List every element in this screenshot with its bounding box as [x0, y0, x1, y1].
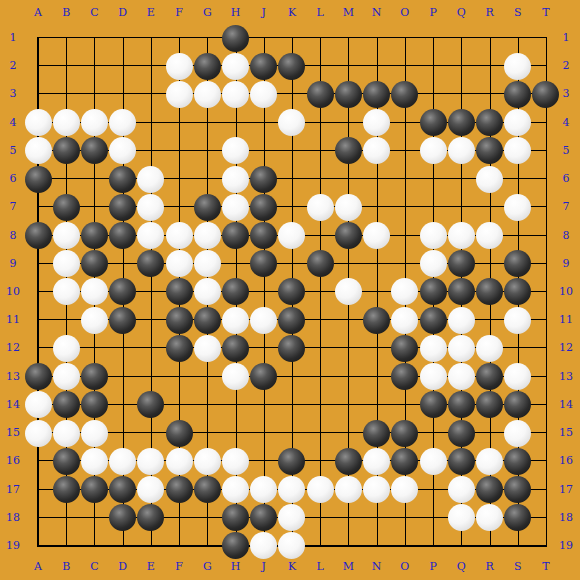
intersection-A1[interactable] [24, 24, 52, 52]
intersection-D17[interactable] [109, 475, 137, 503]
intersection-Q8[interactable] [447, 221, 475, 249]
intersection-P9[interactable] [419, 250, 447, 278]
intersection-G14[interactable] [193, 391, 221, 419]
intersection-H10[interactable] [221, 278, 249, 306]
intersection-J2[interactable] [250, 52, 278, 80]
intersection-H11[interactable] [221, 306, 249, 334]
intersection-S1[interactable] [504, 24, 532, 52]
intersection-H6[interactable] [221, 165, 249, 193]
intersection-E9[interactable] [137, 250, 165, 278]
intersection-E18[interactable] [137, 504, 165, 532]
intersection-C15[interactable] [80, 419, 108, 447]
intersection-Q2[interactable] [447, 52, 475, 80]
intersection-D18[interactable] [109, 504, 137, 532]
intersection-G15[interactable] [193, 419, 221, 447]
intersection-L15[interactable] [306, 419, 334, 447]
intersection-D12[interactable] [109, 334, 137, 362]
intersection-R15[interactable] [475, 419, 503, 447]
intersection-N10[interactable] [363, 278, 391, 306]
intersection-Q17[interactable] [447, 475, 475, 503]
intersection-P16[interactable] [419, 447, 447, 475]
intersection-G1[interactable] [193, 24, 221, 52]
intersection-C11[interactable] [80, 306, 108, 334]
intersection-P1[interactable] [419, 24, 447, 52]
intersection-S10[interactable] [504, 278, 532, 306]
intersection-G16[interactable] [193, 447, 221, 475]
intersection-B12[interactable] [52, 334, 80, 362]
intersection-G10[interactable] [193, 278, 221, 306]
intersection-R12[interactable] [475, 334, 503, 362]
intersection-K3[interactable] [278, 80, 306, 108]
intersection-J13[interactable] [250, 363, 278, 391]
intersection-B13[interactable] [52, 363, 80, 391]
intersection-S8[interactable] [504, 221, 532, 249]
intersection-C6[interactable] [80, 165, 108, 193]
intersection-L10[interactable] [306, 278, 334, 306]
intersection-S2[interactable] [504, 52, 532, 80]
intersection-S4[interactable] [504, 109, 532, 137]
intersection-G13[interactable] [193, 363, 221, 391]
intersection-Q11[interactable] [447, 306, 475, 334]
intersection-L12[interactable] [306, 334, 334, 362]
intersection-J4[interactable] [250, 109, 278, 137]
intersection-K5[interactable] [278, 137, 306, 165]
intersection-F18[interactable] [165, 504, 193, 532]
intersection-M2[interactable] [334, 52, 362, 80]
intersection-S9[interactable] [504, 250, 532, 278]
intersection-Q4[interactable] [447, 109, 475, 137]
intersection-O9[interactable] [391, 250, 419, 278]
intersection-O14[interactable] [391, 391, 419, 419]
intersection-K8[interactable] [278, 221, 306, 249]
intersection-S7[interactable] [504, 193, 532, 221]
intersection-S6[interactable] [504, 165, 532, 193]
intersection-H3[interactable] [221, 80, 249, 108]
intersection-E4[interactable] [137, 109, 165, 137]
intersection-M14[interactable] [334, 391, 362, 419]
intersection-E2[interactable] [137, 52, 165, 80]
intersection-A15[interactable] [24, 419, 52, 447]
intersection-N13[interactable] [363, 363, 391, 391]
intersection-E15[interactable] [137, 419, 165, 447]
intersection-A5[interactable] [24, 137, 52, 165]
intersection-L4[interactable] [306, 109, 334, 137]
intersection-D14[interactable] [109, 391, 137, 419]
intersection-H4[interactable] [221, 109, 249, 137]
intersection-F15[interactable] [165, 419, 193, 447]
intersection-J8[interactable] [250, 221, 278, 249]
intersection-F4[interactable] [165, 109, 193, 137]
intersection-L3[interactable] [306, 80, 334, 108]
intersection-Q12[interactable] [447, 334, 475, 362]
intersection-F2[interactable] [165, 52, 193, 80]
intersection-E6[interactable] [137, 165, 165, 193]
intersection-D6[interactable] [109, 165, 137, 193]
intersection-R18[interactable] [475, 504, 503, 532]
intersection-K18[interactable] [278, 504, 306, 532]
intersection-K12[interactable] [278, 334, 306, 362]
intersection-S14[interactable] [504, 391, 532, 419]
intersection-E10[interactable] [137, 278, 165, 306]
intersection-F13[interactable] [165, 363, 193, 391]
intersection-L1[interactable] [306, 24, 334, 52]
intersection-E11[interactable] [137, 306, 165, 334]
intersection-A12[interactable] [24, 334, 52, 362]
intersection-O16[interactable] [391, 447, 419, 475]
intersection-J10[interactable] [250, 278, 278, 306]
intersection-P6[interactable] [419, 165, 447, 193]
intersection-E1[interactable] [137, 24, 165, 52]
intersection-A2[interactable] [24, 52, 52, 80]
intersection-B9[interactable] [52, 250, 80, 278]
intersection-R7[interactable] [475, 193, 503, 221]
intersection-P18[interactable] [419, 504, 447, 532]
intersection-S11[interactable] [504, 306, 532, 334]
intersection-L14[interactable] [306, 391, 334, 419]
intersection-N15[interactable] [363, 419, 391, 447]
intersection-H5[interactable] [221, 137, 249, 165]
intersection-Q5[interactable] [447, 137, 475, 165]
intersection-B19[interactable] [52, 532, 80, 560]
intersection-P10[interactable] [419, 278, 447, 306]
intersection-H14[interactable] [221, 391, 249, 419]
intersection-Q15[interactable] [447, 419, 475, 447]
intersection-H7[interactable] [221, 193, 249, 221]
intersection-O11[interactable] [391, 306, 419, 334]
intersection-K19[interactable] [278, 532, 306, 560]
intersection-L11[interactable] [306, 306, 334, 334]
intersection-K11[interactable] [278, 306, 306, 334]
intersection-S13[interactable] [504, 363, 532, 391]
intersection-C10[interactable] [80, 278, 108, 306]
intersection-R3[interactable] [475, 80, 503, 108]
intersection-K6[interactable] [278, 165, 306, 193]
intersection-A9[interactable] [24, 250, 52, 278]
intersection-D5[interactable] [109, 137, 137, 165]
intersection-M8[interactable] [334, 221, 362, 249]
intersection-L7[interactable] [306, 193, 334, 221]
intersection-K10[interactable] [278, 278, 306, 306]
intersection-O7[interactable] [391, 193, 419, 221]
intersection-A16[interactable] [24, 447, 52, 475]
intersection-D13[interactable] [109, 363, 137, 391]
intersection-B4[interactable] [52, 109, 80, 137]
intersection-H1[interactable] [221, 24, 249, 52]
intersection-A7[interactable] [24, 193, 52, 221]
intersection-H8[interactable] [221, 221, 249, 249]
intersection-M16[interactable] [334, 447, 362, 475]
intersection-D15[interactable] [109, 419, 137, 447]
intersection-D2[interactable] [109, 52, 137, 80]
intersection-J7[interactable] [250, 193, 278, 221]
intersection-A17[interactable] [24, 475, 52, 503]
intersection-G5[interactable] [193, 137, 221, 165]
intersection-Q18[interactable] [447, 504, 475, 532]
intersection-N2[interactable] [363, 52, 391, 80]
intersection-R13[interactable] [475, 363, 503, 391]
intersection-N14[interactable] [363, 391, 391, 419]
intersection-R6[interactable] [475, 165, 503, 193]
intersection-B3[interactable] [52, 80, 80, 108]
intersection-D16[interactable] [109, 447, 137, 475]
intersection-P4[interactable] [419, 109, 447, 137]
intersection-B7[interactable] [52, 193, 80, 221]
intersection-E7[interactable] [137, 193, 165, 221]
intersection-K16[interactable] [278, 447, 306, 475]
intersection-S17[interactable] [504, 475, 532, 503]
intersection-D7[interactable] [109, 193, 137, 221]
intersection-O8[interactable] [391, 221, 419, 249]
intersection-S3[interactable] [504, 80, 532, 108]
intersection-P17[interactable] [419, 475, 447, 503]
intersection-O19[interactable] [391, 532, 419, 560]
intersection-P12[interactable] [419, 334, 447, 362]
intersection-N6[interactable] [363, 165, 391, 193]
intersection-B14[interactable] [52, 391, 80, 419]
intersection-C8[interactable] [80, 221, 108, 249]
intersection-N7[interactable] [363, 193, 391, 221]
intersection-L19[interactable] [306, 532, 334, 560]
intersection-H19[interactable] [221, 532, 249, 560]
intersection-Q6[interactable] [447, 165, 475, 193]
intersection-H9[interactable] [221, 250, 249, 278]
intersection-N4[interactable] [363, 109, 391, 137]
intersection-N9[interactable] [363, 250, 391, 278]
intersection-N16[interactable] [363, 447, 391, 475]
intersection-O10[interactable] [391, 278, 419, 306]
intersection-E3[interactable] [137, 80, 165, 108]
intersection-D9[interactable] [109, 250, 137, 278]
intersection-J19[interactable] [250, 532, 278, 560]
intersection-K17[interactable] [278, 475, 306, 503]
intersection-S19[interactable] [504, 532, 532, 560]
intersection-C14[interactable] [80, 391, 108, 419]
intersection-N3[interactable] [363, 80, 391, 108]
intersection-L18[interactable] [306, 504, 334, 532]
intersection-A3[interactable] [24, 80, 52, 108]
intersection-M18[interactable] [334, 504, 362, 532]
intersection-K15[interactable] [278, 419, 306, 447]
intersection-O12[interactable] [391, 334, 419, 362]
intersection-M11[interactable] [334, 306, 362, 334]
intersection-N12[interactable] [363, 334, 391, 362]
intersection-P14[interactable] [419, 391, 447, 419]
intersection-J12[interactable] [250, 334, 278, 362]
intersection-H17[interactable] [221, 475, 249, 503]
intersection-P2[interactable] [419, 52, 447, 80]
intersection-H13[interactable] [221, 363, 249, 391]
intersection-G2[interactable] [193, 52, 221, 80]
intersection-G11[interactable] [193, 306, 221, 334]
intersection-C7[interactable] [80, 193, 108, 221]
intersection-M10[interactable] [334, 278, 362, 306]
intersection-M5[interactable] [334, 137, 362, 165]
intersection-Q1[interactable] [447, 24, 475, 52]
intersection-Q9[interactable] [447, 250, 475, 278]
intersection-N8[interactable] [363, 221, 391, 249]
intersection-B16[interactable] [52, 447, 80, 475]
intersection-M13[interactable] [334, 363, 362, 391]
intersection-P19[interactable] [419, 532, 447, 560]
intersection-J1[interactable] [250, 24, 278, 52]
intersection-B2[interactable] [52, 52, 80, 80]
intersection-S15[interactable] [504, 419, 532, 447]
intersection-D4[interactable] [109, 109, 137, 137]
intersection-G12[interactable] [193, 334, 221, 362]
intersection-N1[interactable] [363, 24, 391, 52]
intersection-C17[interactable] [80, 475, 108, 503]
intersection-Q16[interactable] [447, 447, 475, 475]
intersection-A6[interactable] [24, 165, 52, 193]
intersection-H2[interactable] [221, 52, 249, 80]
intersection-G8[interactable] [193, 221, 221, 249]
intersection-O3[interactable] [391, 80, 419, 108]
intersection-R9[interactable] [475, 250, 503, 278]
intersection-E14[interactable] [137, 391, 165, 419]
intersection-B8[interactable] [52, 221, 80, 249]
intersection-F3[interactable] [165, 80, 193, 108]
intersection-M15[interactable] [334, 419, 362, 447]
intersection-B11[interactable] [52, 306, 80, 334]
intersection-A11[interactable] [24, 306, 52, 334]
intersection-N17[interactable] [363, 475, 391, 503]
intersection-R1[interactable] [475, 24, 503, 52]
intersection-P7[interactable] [419, 193, 447, 221]
intersection-F19[interactable] [165, 532, 193, 560]
intersection-G18[interactable] [193, 504, 221, 532]
intersection-P5[interactable] [419, 137, 447, 165]
intersection-O17[interactable] [391, 475, 419, 503]
intersection-G17[interactable] [193, 475, 221, 503]
intersection-H15[interactable] [221, 419, 249, 447]
intersection-R17[interactable] [475, 475, 503, 503]
intersection-F8[interactable] [165, 221, 193, 249]
intersection-E16[interactable] [137, 447, 165, 475]
intersection-D3[interactable] [109, 80, 137, 108]
intersection-G19[interactable] [193, 532, 221, 560]
intersection-F6[interactable] [165, 165, 193, 193]
intersection-E19[interactable] [137, 532, 165, 560]
intersection-B15[interactable] [52, 419, 80, 447]
intersection-H16[interactable] [221, 447, 249, 475]
intersection-O2[interactable] [391, 52, 419, 80]
intersection-C18[interactable] [80, 504, 108, 532]
intersection-A13[interactable] [24, 363, 52, 391]
intersection-N5[interactable] [363, 137, 391, 165]
intersection-J11[interactable] [250, 306, 278, 334]
intersection-K4[interactable] [278, 109, 306, 137]
intersection-K13[interactable] [278, 363, 306, 391]
intersection-O1[interactable] [391, 24, 419, 52]
intersection-R16[interactable] [475, 447, 503, 475]
intersection-M3[interactable] [334, 80, 362, 108]
intersection-F9[interactable] [165, 250, 193, 278]
intersection-K7[interactable] [278, 193, 306, 221]
intersection-C3[interactable] [80, 80, 108, 108]
intersection-F1[interactable] [165, 24, 193, 52]
intersection-O4[interactable] [391, 109, 419, 137]
intersection-M12[interactable] [334, 334, 362, 362]
intersection-E12[interactable] [137, 334, 165, 362]
intersection-D19[interactable] [109, 532, 137, 560]
intersection-M19[interactable] [334, 532, 362, 560]
intersection-O15[interactable] [391, 419, 419, 447]
intersection-R5[interactable] [475, 137, 503, 165]
intersection-J9[interactable] [250, 250, 278, 278]
intersection-H12[interactable] [221, 334, 249, 362]
intersection-L5[interactable] [306, 137, 334, 165]
intersection-F14[interactable] [165, 391, 193, 419]
intersection-D10[interactable] [109, 278, 137, 306]
intersection-P15[interactable] [419, 419, 447, 447]
intersection-P3[interactable] [419, 80, 447, 108]
intersection-M17[interactable] [334, 475, 362, 503]
intersection-R8[interactable] [475, 221, 503, 249]
intersection-S5[interactable] [504, 137, 532, 165]
intersection-P8[interactable] [419, 221, 447, 249]
intersection-A4[interactable] [24, 109, 52, 137]
intersection-G3[interactable] [193, 80, 221, 108]
intersection-S18[interactable] [504, 504, 532, 532]
intersection-G7[interactable] [193, 193, 221, 221]
intersection-G6[interactable] [193, 165, 221, 193]
intersection-B6[interactable] [52, 165, 80, 193]
intersection-A14[interactable] [24, 391, 52, 419]
intersection-N11[interactable] [363, 306, 391, 334]
intersection-E5[interactable] [137, 137, 165, 165]
intersection-G9[interactable] [193, 250, 221, 278]
intersection-D8[interactable] [109, 221, 137, 249]
intersection-B18[interactable] [52, 504, 80, 532]
intersection-J15[interactable] [250, 419, 278, 447]
intersection-M9[interactable] [334, 250, 362, 278]
intersection-Q13[interactable] [447, 363, 475, 391]
intersection-Q10[interactable] [447, 278, 475, 306]
intersection-F11[interactable] [165, 306, 193, 334]
intersection-S12[interactable] [504, 334, 532, 362]
intersection-C12[interactable] [80, 334, 108, 362]
intersection-F7[interactable] [165, 193, 193, 221]
intersection-O5[interactable] [391, 137, 419, 165]
intersection-O6[interactable] [391, 165, 419, 193]
intersection-R14[interactable] [475, 391, 503, 419]
intersection-B17[interactable] [52, 475, 80, 503]
intersection-M4[interactable] [334, 109, 362, 137]
intersection-E8[interactable] [137, 221, 165, 249]
intersection-Q7[interactable] [447, 193, 475, 221]
intersection-A19[interactable] [24, 532, 52, 560]
intersection-C2[interactable] [80, 52, 108, 80]
intersection-O13[interactable] [391, 363, 419, 391]
intersection-R4[interactable] [475, 109, 503, 137]
intersection-F12[interactable] [165, 334, 193, 362]
intersection-L8[interactable] [306, 221, 334, 249]
intersection-F5[interactable] [165, 137, 193, 165]
intersection-R11[interactable] [475, 306, 503, 334]
intersection-C13[interactable] [80, 363, 108, 391]
intersection-B5[interactable] [52, 137, 80, 165]
intersection-L6[interactable] [306, 165, 334, 193]
intersection-R2[interactable] [475, 52, 503, 80]
intersection-A18[interactable] [24, 504, 52, 532]
intersection-H18[interactable] [221, 504, 249, 532]
intersection-O18[interactable] [391, 504, 419, 532]
intersection-C4[interactable] [80, 109, 108, 137]
intersection-J16[interactable] [250, 447, 278, 475]
intersection-P13[interactable] [419, 363, 447, 391]
intersection-N19[interactable] [363, 532, 391, 560]
intersection-B1[interactable] [52, 24, 80, 52]
